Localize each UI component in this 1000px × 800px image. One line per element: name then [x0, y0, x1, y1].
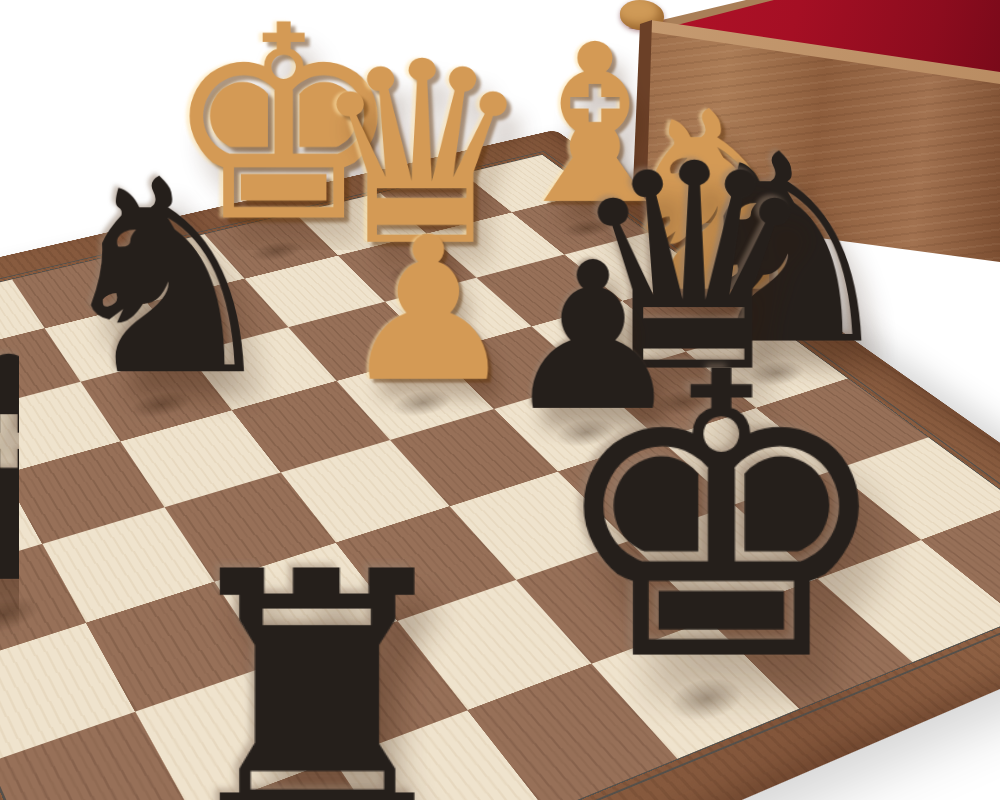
black-bishop: ♝: [0, 318, 147, 627]
black-king: ♚: [545, 322, 897, 715]
scene: ♚♛♝♟♟♞♞♝♟♛♞♜♚: [0, 0, 1000, 800]
black-rook: ♜: [162, 528, 472, 800]
chessboard: ♚♛♝♟♟♞♞♝♟♛♞♜♚: [0, 130, 1000, 800]
white-pawn: ♟: [340, 211, 518, 410]
playing-field: ♚♛♝♟♟♞♞♝♟♛♞♜♚: [0, 155, 1000, 800]
